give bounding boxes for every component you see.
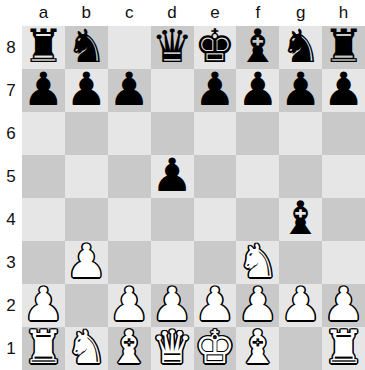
white-rook-h1: ♜︎ <box>323 326 364 369</box>
black-pawn-c7: ♟︎ <box>109 68 150 111</box>
chess-diagram: abcdefgh8♜︎♞︎♛︎♚︎♝︎♞︎♜︎7♟︎♟︎♟︎♟︎♟︎♟︎♟︎65… <box>0 0 365 370</box>
rank-label-5: 5 <box>0 155 22 198</box>
white-bishop-f1: ♝︎ <box>237 326 278 369</box>
square-b1[interactable]: ♞︎ <box>65 327 108 370</box>
rank-label-3: 3 <box>0 241 22 284</box>
white-pawn-b3: ♟︎ <box>66 240 107 283</box>
rank-label-7: 7 <box>0 69 22 112</box>
rank-label-1: 1 <box>0 327 22 370</box>
white-bishop-c1: ♝︎ <box>109 326 150 369</box>
square-b3[interactable]: ♟︎ <box>65 241 108 284</box>
rank-label-2: 2 <box>0 284 22 327</box>
black-queen-d8: ♛︎ <box>151 25 192 68</box>
square-f1[interactable]: ♝︎ <box>236 327 279 370</box>
black-pawn-g7: ♟︎ <box>280 68 321 111</box>
square-h6[interactable] <box>322 112 365 155</box>
square-b7[interactable]: ♟︎ <box>65 69 108 112</box>
black-pawn-h7: ♟︎ <box>323 68 364 111</box>
square-h1[interactable]: ♜︎ <box>322 327 365 370</box>
file-label-c: c <box>108 0 151 26</box>
board-corner <box>0 0 22 26</box>
square-a7[interactable]: ♟︎ <box>22 69 65 112</box>
square-c4[interactable] <box>108 198 151 241</box>
square-a1[interactable]: ♜︎ <box>22 327 65 370</box>
square-b6[interactable] <box>65 112 108 155</box>
square-g6[interactable] <box>279 112 322 155</box>
rank-label-6: 6 <box>0 112 22 155</box>
square-d1[interactable]: ♛︎ <box>151 327 194 370</box>
square-h4[interactable] <box>322 198 365 241</box>
rank-label-4: 4 <box>0 198 22 241</box>
white-queen-d1: ♛︎ <box>151 326 192 369</box>
square-c5[interactable] <box>108 155 151 198</box>
black-bishop-g4: ♝︎ <box>280 197 321 240</box>
square-h7[interactable]: ♟︎ <box>322 69 365 112</box>
square-f6[interactable] <box>236 112 279 155</box>
square-e4[interactable] <box>194 198 237 241</box>
white-pawn-g2: ♟︎ <box>280 283 321 326</box>
square-b5[interactable] <box>65 155 108 198</box>
square-d4[interactable] <box>151 198 194 241</box>
square-d7[interactable] <box>151 69 194 112</box>
square-d8[interactable]: ♛︎ <box>151 26 194 69</box>
square-g7[interactable]: ♟︎ <box>279 69 322 112</box>
white-king-e1: ♚︎ <box>194 326 235 369</box>
square-e7[interactable]: ♟︎ <box>194 69 237 112</box>
white-knight-b1: ♞︎ <box>66 326 107 369</box>
square-c7[interactable]: ♟︎ <box>108 69 151 112</box>
square-c6[interactable] <box>108 112 151 155</box>
black-pawn-f7: ♟︎ <box>237 68 278 111</box>
square-g1[interactable] <box>279 327 322 370</box>
square-e5[interactable] <box>194 155 237 198</box>
square-e6[interactable] <box>194 112 237 155</box>
black-pawn-d5: ♟︎ <box>151 154 192 197</box>
square-f5[interactable] <box>236 155 279 198</box>
square-e1[interactable]: ♚︎ <box>194 327 237 370</box>
square-h5[interactable] <box>322 155 365 198</box>
square-a4[interactable] <box>22 198 65 241</box>
square-a6[interactable] <box>22 112 65 155</box>
square-d5[interactable]: ♟︎ <box>151 155 194 198</box>
black-pawn-e7: ♟︎ <box>194 68 235 111</box>
square-g2[interactable]: ♟︎ <box>279 284 322 327</box>
square-g4[interactable]: ♝︎ <box>279 198 322 241</box>
square-a5[interactable] <box>22 155 65 198</box>
square-c1[interactable]: ♝︎ <box>108 327 151 370</box>
black-pawn-a7: ♟︎ <box>23 68 64 111</box>
white-rook-a1: ♜︎ <box>23 326 64 369</box>
black-pawn-b7: ♟︎ <box>66 68 107 111</box>
square-f7[interactable]: ♟︎ <box>236 69 279 112</box>
rank-label-8: 8 <box>0 26 22 69</box>
